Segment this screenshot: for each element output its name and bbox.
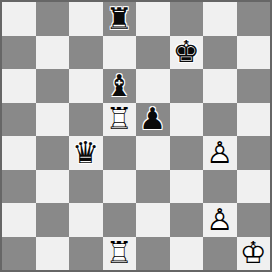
pawn-outline-glyph: ♙ — [203, 203, 237, 237]
square-c8[interactable] — [69, 2, 103, 36]
square-b8[interactable] — [36, 2, 70, 36]
square-g3[interactable] — [203, 170, 237, 204]
square-a3[interactable] — [2, 170, 36, 204]
square-h2[interactable] — [237, 203, 271, 237]
white-king-h1[interactable]: ♚♔ — [237, 237, 271, 271]
square-b6[interactable] — [36, 69, 70, 103]
square-c1[interactable] — [69, 237, 103, 271]
square-b1[interactable] — [36, 237, 70, 271]
square-d2[interactable] — [103, 203, 137, 237]
square-c5[interactable] — [69, 103, 103, 137]
square-h3[interactable] — [237, 170, 271, 204]
square-f7[interactable]: ♚ — [170, 36, 204, 70]
square-e5[interactable]: ♟ — [136, 103, 170, 137]
square-h8[interactable] — [237, 2, 271, 36]
square-e7[interactable] — [136, 36, 170, 70]
white-rook-d1[interactable]: ♜♖ — [103, 237, 137, 271]
square-d6[interactable]: ♝ — [103, 69, 137, 103]
square-c7[interactable] — [69, 36, 103, 70]
square-c3[interactable] — [69, 170, 103, 204]
square-h4[interactable] — [237, 136, 271, 170]
square-e6[interactable] — [136, 69, 170, 103]
square-d8[interactable]: ♜ — [103, 2, 137, 36]
square-e1[interactable] — [136, 237, 170, 271]
pawn-outline-glyph: ♙ — [203, 136, 237, 170]
white-pawn-g4[interactable]: ♟♙ — [203, 136, 237, 170]
square-f8[interactable] — [170, 2, 204, 36]
square-f2[interactable] — [170, 203, 204, 237]
rook-outline-glyph: ♖ — [103, 103, 137, 137]
queen-glyph: ♛ — [69, 136, 103, 170]
square-a5[interactable] — [2, 103, 36, 137]
square-d3[interactable] — [103, 170, 137, 204]
square-b7[interactable] — [36, 36, 70, 70]
square-a7[interactable] — [2, 36, 36, 70]
square-e2[interactable] — [136, 203, 170, 237]
white-rook-d5[interactable]: ♜♖ — [103, 103, 137, 137]
square-h7[interactable] — [237, 36, 271, 70]
square-b4[interactable] — [36, 136, 70, 170]
square-g1[interactable] — [203, 237, 237, 271]
square-a6[interactable] — [2, 69, 36, 103]
black-king-f7[interactable]: ♚ — [170, 36, 204, 70]
square-g6[interactable] — [203, 69, 237, 103]
square-a4[interactable] — [2, 136, 36, 170]
pawn-glyph: ♟ — [136, 103, 170, 137]
square-b3[interactable] — [36, 170, 70, 204]
square-g4[interactable]: ♟♙ — [203, 136, 237, 170]
white-pawn-g2[interactable]: ♟♙ — [203, 203, 237, 237]
black-rook-d8[interactable]: ♜ — [103, 2, 137, 36]
square-h1[interactable]: ♚♔ — [237, 237, 271, 271]
black-bishop-d6[interactable]: ♝ — [103, 69, 137, 103]
rook-outline-glyph: ♖ — [103, 237, 137, 271]
square-e4[interactable] — [136, 136, 170, 170]
bishop-glyph: ♝ — [103, 69, 137, 103]
square-b2[interactable] — [36, 203, 70, 237]
black-pawn-e5[interactable]: ♟ — [136, 103, 170, 137]
square-c6[interactable] — [69, 69, 103, 103]
chess-board: ♜♚♝♜♖♟♛♟♙♟♙♜♖♚♔ — [0, 0, 272, 272]
king-outline-glyph: ♔ — [237, 237, 271, 271]
black-queen-c4[interactable]: ♛ — [69, 136, 103, 170]
square-f4[interactable] — [170, 136, 204, 170]
square-h6[interactable] — [237, 69, 271, 103]
square-a1[interactable] — [2, 237, 36, 271]
square-f5[interactable] — [170, 103, 204, 137]
king-glyph: ♚ — [170, 36, 204, 70]
square-a8[interactable] — [2, 2, 36, 36]
square-d1[interactable]: ♜♖ — [103, 237, 137, 271]
square-d7[interactable] — [103, 36, 137, 70]
square-d5[interactable]: ♜♖ — [103, 103, 137, 137]
square-e3[interactable] — [136, 170, 170, 204]
square-a2[interactable] — [2, 203, 36, 237]
square-c4[interactable]: ♛ — [69, 136, 103, 170]
square-h5[interactable] — [237, 103, 271, 137]
square-d4[interactable] — [103, 136, 137, 170]
square-g8[interactable] — [203, 2, 237, 36]
square-g2[interactable]: ♟♙ — [203, 203, 237, 237]
square-b5[interactable] — [36, 103, 70, 137]
rook-glyph: ♜ — [103, 2, 137, 36]
square-g5[interactable] — [203, 103, 237, 137]
square-f1[interactable] — [170, 237, 204, 271]
square-f3[interactable] — [170, 170, 204, 204]
square-f6[interactable] — [170, 69, 204, 103]
square-e8[interactable] — [136, 2, 170, 36]
square-g7[interactable] — [203, 36, 237, 70]
square-c2[interactable] — [69, 203, 103, 237]
